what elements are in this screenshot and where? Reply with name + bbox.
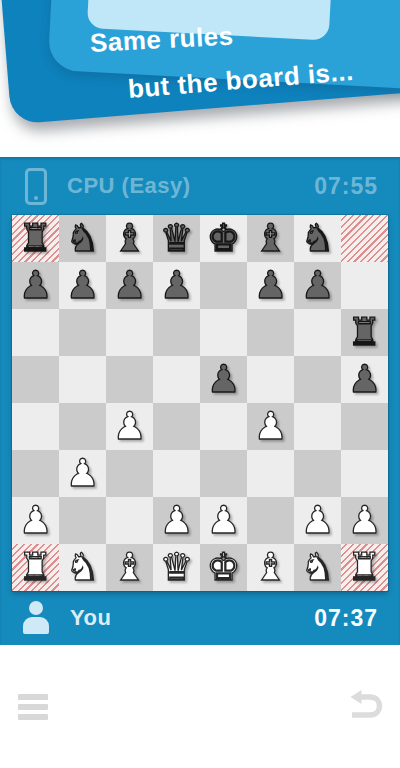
square-g4[interactable] <box>294 403 341 450</box>
black-p-piece-b7: ♟ <box>59 262 106 309</box>
square-e1[interactable]: ♚ <box>200 544 247 591</box>
white-p-piece-c4: ♟ <box>106 403 153 450</box>
white-r-piece-h1: ♜ <box>341 544 388 591</box>
player-clock: 07:37 <box>314 605 378 632</box>
square-e2[interactable]: ♟ <box>200 497 247 544</box>
square-a5[interactable] <box>12 356 59 403</box>
black-b-piece-c8: ♝ <box>106 215 153 262</box>
game-panel: CPU (Easy) 07:55 ♜♞♝♛♚♝♞♟♟♟♟♟♟♜♟♟♟♟♟♟♟♟♟… <box>0 157 400 645</box>
white-n-piece-g1: ♞ <box>294 544 341 591</box>
white-p-piece-b3: ♟ <box>59 450 106 497</box>
square-g2[interactable]: ♟ <box>294 497 341 544</box>
square-d3[interactable] <box>153 450 200 497</box>
square-a8[interactable]: ♜ <box>12 215 59 262</box>
square-d1[interactable]: ♛ <box>153 544 200 591</box>
white-r-piece-a1: ♜ <box>12 544 59 591</box>
square-d6[interactable] <box>153 309 200 356</box>
white-p-piece-g2: ♟ <box>294 497 341 544</box>
square-h1[interactable]: ♜ <box>341 544 388 591</box>
square-d4[interactable] <box>153 403 200 450</box>
square-d7[interactable]: ♟ <box>153 262 200 309</box>
player-bar: You 07:37 <box>0 591 400 645</box>
promo-banner: Same rules but the board is... <box>0 0 400 157</box>
chess-app-screen: Same rules but the board is... CPU (Easy… <box>0 0 400 768</box>
square-f5[interactable] <box>247 356 294 403</box>
black-k-piece-e8: ♚ <box>200 215 247 262</box>
square-f4[interactable]: ♟ <box>247 403 294 450</box>
white-p-piece-a2: ♟ <box>12 497 59 544</box>
black-p-piece-c7: ♟ <box>106 262 153 309</box>
square-b2[interactable] <box>59 497 106 544</box>
square-f7[interactable]: ♟ <box>247 262 294 309</box>
black-p-piece-d7: ♟ <box>153 262 200 309</box>
square-h4[interactable] <box>341 403 388 450</box>
white-p-piece-e2: ♟ <box>200 497 247 544</box>
square-g7[interactable]: ♟ <box>294 262 341 309</box>
square-b6[interactable] <box>59 309 106 356</box>
black-p-piece-h5: ♟ <box>341 356 388 403</box>
chess-board: ♜♞♝♛♚♝♞♟♟♟♟♟♟♜♟♟♟♟♟♟♟♟♟♟♜♞♝♛♚♝♞♜ <box>12 215 388 591</box>
square-a7[interactable]: ♟ <box>12 262 59 309</box>
square-c3[interactable] <box>106 450 153 497</box>
square-c7[interactable]: ♟ <box>106 262 153 309</box>
square-a6[interactable] <box>12 309 59 356</box>
square-f1[interactable]: ♝ <box>247 544 294 591</box>
square-c4[interactable]: ♟ <box>106 403 153 450</box>
square-h8[interactable] <box>341 215 388 262</box>
square-e6[interactable] <box>200 309 247 356</box>
black-n-piece-g8: ♞ <box>294 215 341 262</box>
square-b1[interactable]: ♞ <box>59 544 106 591</box>
phone-icon <box>25 168 47 205</box>
square-c6[interactable] <box>106 309 153 356</box>
square-a4[interactable] <box>12 403 59 450</box>
square-a3[interactable] <box>12 450 59 497</box>
square-h6[interactable]: ♜ <box>341 309 388 356</box>
undo-arrow-icon[interactable] <box>346 689 384 721</box>
black-b-piece-f8: ♝ <box>247 215 294 262</box>
square-e3[interactable] <box>200 450 247 497</box>
bottom-toolbar <box>0 645 400 768</box>
black-p-piece-e5: ♟ <box>200 356 247 403</box>
black-n-piece-b8: ♞ <box>59 215 106 262</box>
white-q-piece-d1: ♛ <box>153 544 200 591</box>
square-a2[interactable]: ♟ <box>12 497 59 544</box>
white-b-piece-f1: ♝ <box>247 544 294 591</box>
black-r-piece-h6: ♜ <box>341 309 388 356</box>
square-d8[interactable]: ♛ <box>153 215 200 262</box>
square-f3[interactable] <box>247 450 294 497</box>
player-name: You <box>70 605 111 631</box>
black-q-piece-d8: ♛ <box>153 215 200 262</box>
white-p-piece-f4: ♟ <box>247 403 294 450</box>
white-k-piece-e1: ♚ <box>200 544 247 591</box>
square-b3[interactable]: ♟ <box>59 450 106 497</box>
square-e4[interactable] <box>200 403 247 450</box>
square-c8[interactable]: ♝ <box>106 215 153 262</box>
square-h7[interactable] <box>341 262 388 309</box>
opponent-clock: 07:55 <box>314 173 378 200</box>
black-r-piece-a8: ♜ <box>12 215 59 262</box>
hamburger-menu-icon[interactable] <box>18 694 48 720</box>
square-f8[interactable]: ♝ <box>247 215 294 262</box>
square-d2[interactable]: ♟ <box>153 497 200 544</box>
square-g8[interactable]: ♞ <box>294 215 341 262</box>
square-h2[interactable]: ♟ <box>341 497 388 544</box>
square-f2[interactable] <box>247 497 294 544</box>
white-p-piece-d2: ♟ <box>153 497 200 544</box>
square-b8[interactable]: ♞ <box>59 215 106 262</box>
square-g3[interactable] <box>294 450 341 497</box>
square-a1[interactable]: ♜ <box>12 544 59 591</box>
square-b7[interactable]: ♟ <box>59 262 106 309</box>
square-e5[interactable]: ♟ <box>200 356 247 403</box>
white-p-piece-h2: ♟ <box>341 497 388 544</box>
square-c1[interactable]: ♝ <box>106 544 153 591</box>
opponent-bar: CPU (Easy) 07:55 <box>0 157 400 215</box>
square-b5[interactable] <box>59 356 106 403</box>
square-h3[interactable] <box>341 450 388 497</box>
square-h5[interactable]: ♟ <box>341 356 388 403</box>
square-g5[interactable] <box>294 356 341 403</box>
black-p-piece-f7: ♟ <box>247 262 294 309</box>
square-b4[interactable] <box>59 403 106 450</box>
square-d5[interactable] <box>153 356 200 403</box>
square-g6[interactable] <box>294 309 341 356</box>
black-p-piece-a7: ♟ <box>12 262 59 309</box>
square-g1[interactable]: ♞ <box>294 544 341 591</box>
person-icon <box>22 601 50 635</box>
square-c5[interactable] <box>106 356 153 403</box>
square-e7[interactable] <box>200 262 247 309</box>
square-f6[interactable] <box>247 309 294 356</box>
square-c2[interactable] <box>106 497 153 544</box>
white-b-piece-c1: ♝ <box>106 544 153 591</box>
black-p-piece-g7: ♟ <box>294 262 341 309</box>
opponent-name: CPU (Easy) <box>67 173 191 199</box>
white-n-piece-b1: ♞ <box>59 544 106 591</box>
square-e8[interactable]: ♚ <box>200 215 247 262</box>
